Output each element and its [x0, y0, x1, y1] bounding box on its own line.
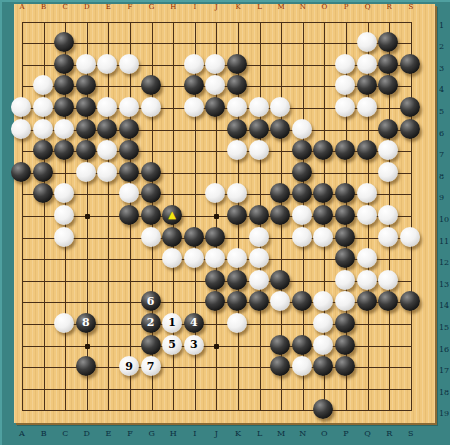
go-stone-white[interactable] [400, 227, 420, 247]
row-label: 18 [439, 388, 450, 397]
column-label-top: O [317, 3, 331, 11]
go-stone-white[interactable] [76, 162, 96, 182]
go-stone-black[interactable] [119, 140, 139, 160]
column-label: H [166, 429, 180, 438]
go-stone-white[interactable] [292, 205, 312, 225]
go-stone-black[interactable] [184, 75, 204, 95]
column-label-top: K [231, 3, 245, 11]
column-label: D [80, 429, 94, 438]
go-stone-black[interactable] [184, 227, 204, 247]
star-point [85, 344, 90, 349]
go-stone-black[interactable] [76, 140, 96, 160]
move-number-label: 7 [147, 361, 155, 372]
go-stone-black[interactable] [249, 205, 269, 225]
go-stone-white[interactable] [227, 313, 247, 333]
go-stone-black[interactable] [54, 32, 74, 52]
column-label: F [123, 429, 137, 438]
go-stone-black[interactable] [357, 140, 377, 160]
column-label-top: B [37, 3, 51, 11]
go-stone-white[interactable] [97, 162, 117, 182]
go-stone-black[interactable] [162, 227, 182, 247]
go-stone-black[interactable] [378, 32, 398, 52]
column-label-top: J [209, 3, 223, 11]
go-stone-white[interactable] [33, 119, 53, 139]
go-stone-black[interactable] [227, 291, 247, 311]
row-label: 11 [439, 237, 450, 246]
row-label: 9 [439, 193, 450, 202]
go-stone-black[interactable] [270, 205, 290, 225]
go-stone-black[interactable] [335, 335, 355, 355]
go-stone-white[interactable] [357, 97, 377, 117]
go-stone-black[interactable] [292, 335, 312, 355]
go-stone-black[interactable] [227, 205, 247, 225]
go-stone-white[interactable] [249, 227, 269, 247]
column-label: S [404, 429, 418, 438]
go-stone-black[interactable] [227, 270, 247, 290]
row-label: 4 [439, 85, 450, 94]
go-stone-white[interactable] [357, 205, 377, 225]
column-label-top: L [253, 3, 267, 11]
column-label: R [382, 429, 396, 438]
row-label: 7 [439, 150, 450, 159]
go-stone-white[interactable] [313, 335, 333, 355]
go-stone-black[interactable] [76, 75, 96, 95]
column-label: A [15, 429, 29, 438]
go-stone-white[interactable] [54, 119, 74, 139]
go-stone-black[interactable] [227, 119, 247, 139]
go-stone-black[interactable] [97, 119, 117, 139]
go-stone-white[interactable] [357, 32, 377, 52]
row-label: 10 [439, 215, 450, 224]
go-stone-black[interactable] [270, 356, 290, 376]
go-stone-black[interactable] [313, 399, 333, 419]
go-stone-white[interactable] [162, 248, 182, 268]
column-label: O [317, 429, 331, 438]
go-board[interactable]: ▲682145397 [14, 4, 435, 423]
go-stone-black[interactable] [335, 205, 355, 225]
go-stone-white[interactable]: 7 [141, 356, 161, 376]
go-stone-white[interactable] [335, 97, 355, 117]
go-stone-black[interactable] [292, 140, 312, 160]
go-stone-black[interactable] [335, 356, 355, 376]
go-stone-black[interactable] [292, 162, 312, 182]
go-stone-black[interactable] [335, 183, 355, 203]
row-label: 6 [439, 129, 450, 138]
go-stone-black[interactable] [141, 205, 161, 225]
move-number-label: 1 [168, 317, 176, 328]
go-stone-white[interactable] [141, 97, 161, 117]
grid-line [411, 22, 412, 412]
column-label-top: M [274, 3, 288, 11]
go-stone-black[interactable] [313, 140, 333, 160]
go-stone-black[interactable] [11, 162, 31, 182]
go-stone-white[interactable] [11, 119, 31, 139]
row-label: 14 [439, 301, 450, 310]
go-stone-white[interactable] [205, 248, 225, 268]
column-label: J [209, 429, 223, 438]
row-label: 19 [439, 409, 450, 418]
go-stone-white[interactable] [335, 291, 355, 311]
go-stone-white[interactable] [249, 270, 269, 290]
go-game-window: ▲682145397 ABCDEFGHIJKLMNOPQRSABCDEFGHIJ… [0, 0, 450, 445]
go-stone-white[interactable] [54, 227, 74, 247]
go-stone-black[interactable]: 4 [184, 313, 204, 333]
go-stone-black[interactable] [270, 270, 290, 290]
go-stone-black[interactable] [270, 183, 290, 203]
go-stone-white[interactable] [335, 54, 355, 74]
go-stone-black[interactable] [270, 335, 290, 355]
column-label: N [296, 429, 310, 438]
go-stone-white[interactable] [205, 54, 225, 74]
row-label: 13 [439, 280, 450, 289]
go-stone-black[interactable] [400, 54, 420, 74]
column-label-top: C [58, 3, 72, 11]
go-stone-black[interactable] [141, 75, 161, 95]
go-stone-black[interactable] [205, 97, 225, 117]
go-stone-white[interactable] [184, 97, 204, 117]
move-number-label: 6 [147, 296, 155, 307]
column-label: P [339, 429, 353, 438]
go-stone-black[interactable] [119, 162, 139, 182]
go-stone-white[interactable] [292, 119, 312, 139]
go-stone-black[interactable] [54, 97, 74, 117]
star-point [214, 214, 219, 219]
go-stone-black[interactable]: 2 [141, 313, 161, 333]
column-label-top: D [80, 3, 94, 11]
go-stone-black[interactable] [378, 54, 398, 74]
column-label-top: G [145, 3, 159, 11]
go-stone-white[interactable] [97, 97, 117, 117]
go-stone-black[interactable] [119, 205, 139, 225]
go-stone-black[interactable] [313, 205, 333, 225]
column-label-top: N [296, 3, 310, 11]
go-stone-white[interactable] [119, 97, 139, 117]
go-stone-black[interactable] [227, 54, 247, 74]
go-stone-white[interactable] [357, 54, 377, 74]
go-stone-black[interactable] [335, 227, 355, 247]
go-stone-white[interactable] [378, 162, 398, 182]
column-label: L [253, 429, 267, 438]
row-label: 12 [439, 258, 450, 267]
row-label: 5 [439, 107, 450, 116]
column-label: K [231, 429, 245, 438]
column-label-top: A [15, 3, 29, 11]
go-stone-black[interactable] [54, 140, 74, 160]
go-stone-white[interactable] [357, 248, 377, 268]
go-stone-black[interactable] [205, 270, 225, 290]
go-stone-black[interactable] [141, 183, 161, 203]
go-stone-black[interactable] [335, 248, 355, 268]
go-stone-black[interactable] [335, 313, 355, 333]
row-label: 8 [439, 172, 450, 181]
go-stone-white[interactable] [313, 227, 333, 247]
go-stone-black[interactable]: 6 [141, 291, 161, 311]
go-stone-white[interactable] [335, 75, 355, 95]
move-number-label: 9 [125, 361, 133, 372]
go-stone-white[interactable] [292, 227, 312, 247]
go-stone-white[interactable]: 5 [162, 335, 182, 355]
row-label: 3 [439, 64, 450, 73]
column-label: E [101, 429, 115, 438]
go-stone-black[interactable] [141, 162, 161, 182]
go-stone-white[interactable] [227, 183, 247, 203]
go-stone-white[interactable] [54, 205, 74, 225]
go-stone-white[interactable] [54, 313, 74, 333]
go-stone-black[interactable] [313, 356, 333, 376]
go-stone-black[interactable] [292, 183, 312, 203]
column-label: B [37, 429, 51, 438]
go-stone-white[interactable] [313, 313, 333, 333]
column-label-top: S [404, 3, 418, 11]
go-stone-white[interactable]: 3 [184, 335, 204, 355]
move-number-label: 4 [190, 317, 198, 328]
go-stone-white[interactable]: 9 [119, 356, 139, 376]
go-stone-white[interactable] [249, 140, 269, 160]
go-stone-black[interactable] [292, 291, 312, 311]
go-stone-white[interactable] [33, 75, 53, 95]
grid-line [108, 22, 109, 412]
column-label-top: I [188, 3, 202, 11]
row-label: 2 [439, 42, 450, 51]
go-stone-white[interactable] [33, 97, 53, 117]
go-stone-black[interactable]: ▲ [162, 205, 182, 225]
go-stone-black[interactable] [249, 119, 269, 139]
go-stone-white[interactable] [357, 270, 377, 290]
go-stone-black[interactable] [313, 183, 333, 203]
go-stone-white[interactable] [357, 183, 377, 203]
go-stone-black[interactable] [400, 97, 420, 117]
go-stone-white[interactable] [97, 54, 117, 74]
column-label-top: E [101, 3, 115, 11]
row-label: 1 [439, 21, 450, 30]
go-stone-white[interactable] [335, 270, 355, 290]
go-stone-white[interactable] [292, 356, 312, 376]
go-stone-white[interactable] [227, 97, 247, 117]
go-stone-white[interactable] [11, 97, 31, 117]
go-stone-black[interactable] [54, 54, 74, 74]
go-stone-white[interactable] [249, 248, 269, 268]
go-stone-black[interactable] [76, 97, 96, 117]
go-stone-white[interactable] [227, 248, 247, 268]
go-stone-white[interactable] [184, 248, 204, 268]
star-point [214, 344, 219, 349]
column-label-top: P [339, 3, 353, 11]
row-label: 16 [439, 345, 450, 354]
column-label: I [188, 429, 202, 438]
column-label: G [145, 429, 159, 438]
column-label: Q [361, 429, 375, 438]
go-stone-white[interactable] [119, 183, 139, 203]
go-stone-black[interactable] [119, 119, 139, 139]
go-stone-white[interactable] [76, 54, 96, 74]
go-stone-white[interactable] [270, 291, 290, 311]
go-stone-black[interactable] [400, 291, 420, 311]
go-stone-black[interactable] [33, 162, 53, 182]
grid-line [22, 22, 23, 412]
go-stone-black[interactable] [54, 75, 74, 95]
go-stone-black[interactable] [378, 291, 398, 311]
row-label: 17 [439, 366, 450, 375]
go-stone-white[interactable] [270, 97, 290, 117]
column-label-top: F [123, 3, 137, 11]
move-number-label: 3 [190, 339, 198, 350]
go-stone-white[interactable] [378, 205, 398, 225]
row-label: 15 [439, 323, 450, 332]
go-stone-white[interactable] [205, 75, 225, 95]
go-stone-white[interactable] [205, 183, 225, 203]
go-stone-white[interactable] [249, 97, 269, 117]
go-stone-black[interactable] [205, 291, 225, 311]
go-stone-black[interactable] [76, 356, 96, 376]
column-label-top: R [382, 3, 396, 11]
go-stone-black[interactable] [335, 140, 355, 160]
triangle-icon: ▲ [168, 210, 176, 220]
move-number-label: 2 [147, 317, 155, 328]
column-label-top: Q [361, 3, 375, 11]
go-stone-white[interactable] [141, 227, 161, 247]
go-stone-black[interactable] [249, 291, 269, 311]
go-stone-white[interactable] [378, 227, 398, 247]
go-stone-white[interactable]: 1 [162, 313, 182, 333]
go-stone-black[interactable] [76, 119, 96, 139]
go-stone-white[interactable] [97, 140, 117, 160]
column-label: M [274, 429, 288, 438]
column-label-top: H [166, 3, 180, 11]
go-stone-black[interactable] [357, 75, 377, 95]
go-stone-black[interactable] [270, 119, 290, 139]
go-stone-black[interactable] [227, 75, 247, 95]
column-label: C [58, 429, 72, 438]
go-stone-white[interactable] [184, 54, 204, 74]
go-stone-white[interactable] [378, 270, 398, 290]
go-stone-black[interactable] [205, 227, 225, 247]
go-stone-black[interactable]: 8 [76, 313, 96, 333]
go-stone-black[interactable] [33, 183, 53, 203]
go-stone-black[interactable] [378, 119, 398, 139]
move-number-label: 5 [168, 339, 176, 350]
go-stone-black[interactable] [33, 140, 53, 160]
star-point [85, 214, 90, 219]
go-stone-white[interactable] [227, 140, 247, 160]
go-stone-white[interactable] [54, 183, 74, 203]
go-stone-white[interactable] [313, 291, 333, 311]
go-stone-white[interactable] [378, 140, 398, 160]
go-stone-black[interactable] [357, 291, 377, 311]
go-stone-white[interactable] [119, 54, 139, 74]
go-stone-black[interactable] [400, 119, 420, 139]
move-number-label: 8 [82, 317, 90, 328]
go-stone-black[interactable] [141, 335, 161, 355]
go-stone-black[interactable] [378, 75, 398, 95]
